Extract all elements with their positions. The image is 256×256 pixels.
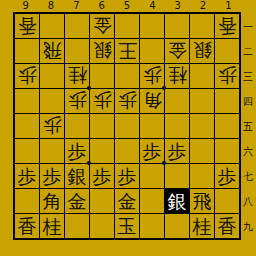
- gote-piece: 歩: [68, 89, 87, 113]
- rank-label-2: 二: [241, 39, 255, 64]
- square-1-3[interactable]: 歩: [215, 64, 239, 88]
- square-3-7[interactable]: [165, 164, 189, 188]
- rank-labels: 一二三四五六七八九: [241, 14, 255, 239]
- square-6-1[interactable]: 金: [90, 14, 114, 38]
- square-6-4[interactable]: 歩: [90, 89, 114, 113]
- square-6-9[interactable]: [90, 214, 114, 238]
- square-2-9[interactable]: 桂: [190, 214, 214, 238]
- shogi-board: 香金香飛銀王金銀歩桂歩桂歩歩歩歩角歩歩歩歩歩歩銀歩歩歩角金金銀飛香桂玉桂香: [13, 12, 241, 240]
- gote-piece: 王: [118, 39, 137, 63]
- square-8-1[interactable]: [40, 14, 64, 38]
- rank-label-7: 七: [241, 164, 255, 189]
- sente-piece: 歩: [68, 139, 87, 163]
- square-8-4[interactable]: [40, 89, 64, 113]
- square-1-5[interactable]: [215, 114, 239, 138]
- square-8-8[interactable]: 角: [40, 189, 64, 213]
- file-label-6: 6: [89, 0, 114, 12]
- square-4-9[interactable]: [140, 214, 164, 238]
- square-1-7[interactable]: 歩: [215, 164, 239, 188]
- square-1-6[interactable]: [215, 139, 239, 163]
- file-label-7: 7: [64, 0, 89, 12]
- square-5-7[interactable]: 歩: [115, 164, 139, 188]
- file-label-5: 5: [114, 0, 139, 12]
- gote-piece: 飛: [43, 39, 62, 63]
- rank-label-9: 九: [241, 214, 255, 239]
- file-label-9: 9: [13, 0, 38, 12]
- square-7-2[interactable]: [65, 39, 89, 63]
- square-2-3[interactable]: [190, 64, 214, 88]
- square-8-5[interactable]: 歩: [40, 114, 64, 138]
- gote-piece: 歩: [43, 114, 62, 138]
- square-5-4[interactable]: 歩: [115, 89, 139, 113]
- sente-piece: 桂: [43, 214, 62, 238]
- square-8-6[interactable]: [40, 139, 64, 163]
- square-7-4[interactable]: 歩: [65, 89, 89, 113]
- sente-piece: 歩: [118, 164, 137, 188]
- star-point: [162, 86, 166, 90]
- square-8-2[interactable]: 飛: [40, 39, 64, 63]
- gote-piece: 香: [18, 14, 37, 38]
- gote-piece: 金: [93, 14, 112, 38]
- square-9-6[interactable]: [15, 139, 39, 163]
- square-7-8[interactable]: 金: [65, 189, 89, 213]
- square-1-4[interactable]: [215, 89, 239, 113]
- square-2-8[interactable]: 飛: [190, 189, 214, 213]
- sente-piece: 銀: [168, 189, 187, 213]
- gote-piece: 金: [168, 39, 187, 63]
- sente-piece: 角: [43, 189, 62, 213]
- rank-label-5: 五: [241, 114, 255, 139]
- square-3-8[interactable]: 銀: [165, 189, 189, 213]
- square-6-8[interactable]: [90, 189, 114, 213]
- square-2-6[interactable]: [190, 139, 214, 163]
- star-point: [87, 161, 91, 165]
- square-3-1[interactable]: [165, 14, 189, 38]
- square-7-5[interactable]: [65, 114, 89, 138]
- square-7-7[interactable]: 銀: [65, 164, 89, 188]
- rank-label-6: 六: [241, 139, 255, 164]
- square-4-1[interactable]: [140, 14, 164, 38]
- file-label-4: 4: [140, 0, 165, 12]
- square-2-2[interactable]: 銀: [190, 39, 214, 63]
- square-5-2[interactable]: 王: [115, 39, 139, 63]
- gote-piece: 桂: [168, 64, 187, 88]
- square-3-4[interactable]: [165, 89, 189, 113]
- square-3-6[interactable]: 歩: [165, 139, 189, 163]
- square-6-5[interactable]: [90, 114, 114, 138]
- square-4-7[interactable]: [140, 164, 164, 188]
- file-label-1: 1: [216, 0, 241, 12]
- sente-piece: 香: [218, 214, 237, 238]
- sente-piece: 歩: [143, 139, 162, 163]
- rank-label-4: 四: [241, 89, 255, 114]
- rank-label-3: 三: [241, 64, 255, 89]
- square-2-7[interactable]: [190, 164, 214, 188]
- gote-piece: 歩: [18, 64, 37, 88]
- gote-piece: 桂: [68, 64, 87, 88]
- square-7-6[interactable]: 歩: [65, 139, 89, 163]
- sente-piece: 歩: [218, 164, 237, 188]
- square-5-1[interactable]: [115, 14, 139, 38]
- square-8-7[interactable]: 歩: [40, 164, 64, 188]
- square-1-8[interactable]: [215, 189, 239, 213]
- square-9-3[interactable]: 歩: [15, 64, 39, 88]
- square-9-7[interactable]: 歩: [15, 164, 39, 188]
- sente-piece: 桂: [193, 214, 212, 238]
- gote-piece: 歩: [93, 89, 112, 113]
- square-7-3[interactable]: 桂: [65, 64, 89, 88]
- square-7-1[interactable]: [65, 14, 89, 38]
- square-2-5[interactable]: [190, 114, 214, 138]
- sente-piece: 歩: [93, 164, 112, 188]
- file-label-2: 2: [190, 0, 215, 12]
- square-3-5[interactable]: [165, 114, 189, 138]
- sente-piece: 金: [118, 189, 137, 213]
- square-6-6[interactable]: [90, 139, 114, 163]
- rank-label-1: 一: [241, 14, 255, 39]
- square-6-7[interactable]: 歩: [90, 164, 114, 188]
- file-label-3: 3: [165, 0, 190, 12]
- square-3-2[interactable]: 金: [165, 39, 189, 63]
- square-8-9[interactable]: 桂: [40, 214, 64, 238]
- square-2-1[interactable]: [190, 14, 214, 38]
- square-1-9[interactable]: 香: [215, 214, 239, 238]
- square-8-3[interactable]: [40, 64, 64, 88]
- square-5-8[interactable]: 金: [115, 189, 139, 213]
- square-9-4[interactable]: [15, 89, 39, 113]
- square-9-1[interactable]: 香: [15, 14, 39, 38]
- sente-piece: 香: [18, 214, 37, 238]
- square-9-8[interactable]: [15, 189, 39, 213]
- square-6-3[interactable]: [90, 64, 114, 88]
- file-label-8: 8: [38, 0, 63, 12]
- sente-piece: 歩: [168, 139, 187, 163]
- square-4-2[interactable]: [140, 39, 164, 63]
- sente-piece: 歩: [18, 164, 37, 188]
- rank-label-8: 八: [241, 189, 255, 214]
- square-4-3[interactable]: 歩: [140, 64, 164, 88]
- square-5-9[interactable]: 玉: [115, 214, 139, 238]
- shogi-diagram: 987654321 一二三四五六七八九 香金香飛銀王金銀歩桂歩桂歩歩歩歩角歩歩歩…: [0, 0, 256, 256]
- square-5-5[interactable]: [115, 114, 139, 138]
- gote-piece: 歩: [218, 64, 237, 88]
- square-1-1[interactable]: 香: [215, 14, 239, 38]
- square-7-9[interactable]: [65, 214, 89, 238]
- square-3-3[interactable]: 桂: [165, 64, 189, 88]
- sente-piece: 歩: [43, 164, 62, 188]
- square-4-6[interactable]: 歩: [140, 139, 164, 163]
- gote-piece: 銀: [193, 39, 212, 63]
- square-9-5[interactable]: [15, 114, 39, 138]
- square-9-2[interactable]: [15, 39, 39, 63]
- square-4-5[interactable]: [140, 114, 164, 138]
- gote-piece: 香: [218, 14, 237, 38]
- gote-piece: 銀: [93, 39, 112, 63]
- sente-piece: 玉: [118, 214, 137, 238]
- square-3-9[interactable]: [165, 214, 189, 238]
- square-5-3[interactable]: [115, 64, 139, 88]
- sente-piece: 飛: [193, 189, 212, 213]
- gote-piece: 歩: [143, 64, 162, 88]
- square-4-8[interactable]: [140, 189, 164, 213]
- square-6-2[interactable]: 銀: [90, 39, 114, 63]
- square-1-2[interactable]: [215, 39, 239, 63]
- sente-piece: 金: [68, 189, 87, 213]
- gote-piece: 角: [143, 89, 162, 113]
- gote-piece: 歩: [118, 89, 137, 113]
- square-9-9[interactable]: 香: [15, 214, 39, 238]
- star-point: [162, 161, 166, 165]
- file-labels: 987654321: [13, 0, 241, 12]
- square-4-4[interactable]: 角: [140, 89, 164, 113]
- square-5-6[interactable]: [115, 139, 139, 163]
- star-point: [87, 86, 91, 90]
- square-2-4[interactable]: [190, 89, 214, 113]
- sente-piece: 銀: [68, 164, 87, 188]
